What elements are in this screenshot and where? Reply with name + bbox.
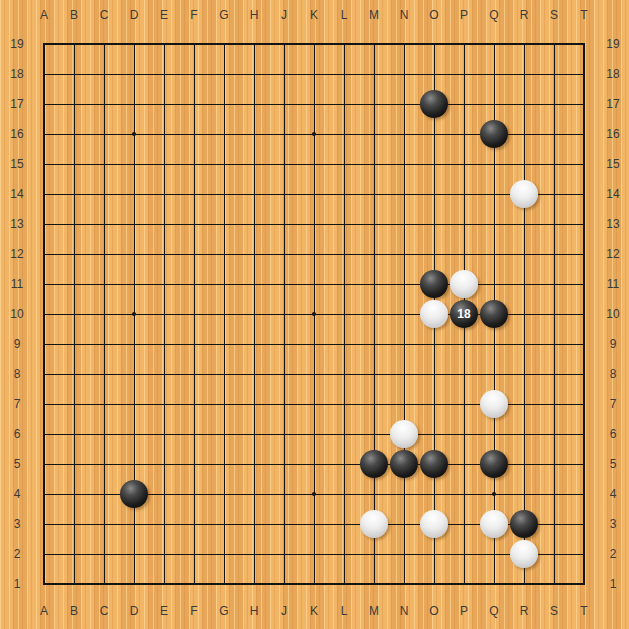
white-stone-O3 bbox=[420, 510, 448, 538]
row-label-left: 9 bbox=[14, 337, 21, 351]
column-label-top: F bbox=[190, 8, 197, 22]
column-label-top: B bbox=[70, 8, 78, 22]
row-label-left: 11 bbox=[11, 277, 23, 291]
column-label-top: J bbox=[281, 8, 287, 22]
row-label-left: 8 bbox=[14, 367, 21, 381]
white-stone-N6 bbox=[390, 420, 418, 448]
column-label-top: S bbox=[550, 8, 558, 22]
row-label-left: 2 bbox=[14, 547, 21, 561]
star-point bbox=[132, 312, 136, 316]
column-label-bottom: C bbox=[100, 604, 109, 618]
row-label-right: 10 bbox=[606, 307, 619, 321]
column-label-top: D bbox=[130, 8, 139, 22]
black-stone-Q16 bbox=[480, 120, 508, 148]
column-label-bottom: A bbox=[40, 604, 48, 618]
row-label-left: 19 bbox=[10, 37, 23, 51]
row-label-right: 6 bbox=[610, 427, 617, 441]
row-label-right: 13 bbox=[606, 217, 619, 231]
column-label-bottom: G bbox=[219, 604, 228, 618]
row-label-right: 11 bbox=[607, 277, 619, 291]
row-label-left: 17 bbox=[10, 97, 23, 111]
row-label-right: 18 bbox=[606, 67, 619, 81]
grid-line-vertical bbox=[344, 43, 345, 585]
column-label-bottom: B bbox=[70, 604, 78, 618]
white-stone-R2 bbox=[510, 540, 538, 568]
star-point bbox=[312, 492, 316, 496]
row-label-right: 5 bbox=[610, 457, 617, 471]
column-label-top: Q bbox=[489, 8, 498, 22]
row-label-right: 7 bbox=[610, 397, 617, 411]
black-stone-P10: 18 bbox=[450, 300, 478, 328]
column-label-bottom: J bbox=[281, 604, 287, 618]
black-stone-O11 bbox=[420, 270, 448, 298]
black-stone-O17 bbox=[420, 90, 448, 118]
column-label-bottom: T bbox=[580, 604, 587, 618]
black-stone-Q5 bbox=[480, 450, 508, 478]
row-label-left: 7 bbox=[14, 397, 21, 411]
column-label-top: L bbox=[341, 8, 348, 22]
row-label-right: 16 bbox=[606, 127, 619, 141]
grid-line-vertical bbox=[374, 43, 375, 585]
white-stone-P11 bbox=[450, 270, 478, 298]
row-label-left: 3 bbox=[14, 517, 21, 531]
column-label-bottom: K bbox=[310, 604, 318, 618]
move-number-label: 18 bbox=[457, 308, 470, 320]
grid-line-horizontal bbox=[43, 374, 585, 375]
column-label-top: A bbox=[40, 8, 48, 22]
column-label-top: P bbox=[460, 8, 468, 22]
column-label-top: E bbox=[160, 8, 168, 22]
column-label-bottom: D bbox=[130, 604, 139, 618]
go-board-screenshot: AABBCCDDEEFFGGHHJJKKLLMMNNOOPPQQRRSSTT19… bbox=[0, 0, 629, 629]
black-stone-R3 bbox=[510, 510, 538, 538]
white-stone-R14 bbox=[510, 180, 538, 208]
row-label-right: 1 bbox=[610, 577, 617, 591]
white-stone-O10 bbox=[420, 300, 448, 328]
row-label-left: 10 bbox=[10, 307, 23, 321]
row-label-left: 12 bbox=[10, 247, 23, 261]
star-point bbox=[492, 492, 496, 496]
column-label-bottom: S bbox=[550, 604, 558, 618]
column-label-top: K bbox=[310, 8, 318, 22]
row-label-left: 16 bbox=[10, 127, 23, 141]
star-point bbox=[312, 312, 316, 316]
column-label-bottom: E bbox=[160, 604, 168, 618]
row-label-left: 1 bbox=[14, 577, 21, 591]
row-label-right: 14 bbox=[606, 187, 619, 201]
column-label-bottom: H bbox=[250, 604, 259, 618]
column-label-bottom: M bbox=[369, 604, 379, 618]
grid-line-horizontal bbox=[43, 434, 585, 435]
row-label-left: 18 bbox=[10, 67, 23, 81]
grid-line-vertical bbox=[524, 43, 525, 585]
grid-line-vertical bbox=[554, 43, 555, 585]
row-label-left: 14 bbox=[10, 187, 23, 201]
black-stone-M5 bbox=[360, 450, 388, 478]
row-label-right: 12 bbox=[606, 247, 619, 261]
row-label-right: 2 bbox=[610, 547, 617, 561]
column-label-bottom: P bbox=[460, 604, 468, 618]
white-stone-M3 bbox=[360, 510, 388, 538]
column-label-top: M bbox=[369, 8, 379, 22]
column-label-top: O bbox=[429, 8, 438, 22]
column-label-bottom: L bbox=[341, 604, 348, 618]
row-label-left: 4 bbox=[14, 487, 21, 501]
column-label-top: G bbox=[219, 8, 228, 22]
grid-line-vertical bbox=[583, 43, 585, 585]
column-label-top: C bbox=[100, 8, 109, 22]
row-label-right: 3 bbox=[610, 517, 617, 531]
grid-line-vertical bbox=[404, 43, 405, 585]
row-label-left: 15 bbox=[10, 157, 23, 171]
column-label-top: N bbox=[400, 8, 409, 22]
row-label-right: 17 bbox=[606, 97, 619, 111]
black-stone-N5 bbox=[390, 450, 418, 478]
black-stone-D4 bbox=[120, 480, 148, 508]
row-label-left: 6 bbox=[14, 427, 21, 441]
grid-line-horizontal bbox=[43, 554, 585, 555]
column-label-bottom: O bbox=[429, 604, 438, 618]
black-stone-Q10 bbox=[480, 300, 508, 328]
star-point bbox=[312, 132, 316, 136]
white-stone-Q7 bbox=[480, 390, 508, 418]
star-point bbox=[132, 132, 136, 136]
column-label-top: H bbox=[250, 8, 259, 22]
row-label-right: 19 bbox=[606, 37, 619, 51]
column-label-top: T bbox=[580, 8, 587, 22]
column-label-bottom: R bbox=[520, 604, 529, 618]
column-label-bottom: N bbox=[400, 604, 409, 618]
row-label-right: 8 bbox=[610, 367, 617, 381]
black-stone-O5 bbox=[420, 450, 448, 478]
row-label-right: 15 bbox=[606, 157, 619, 171]
row-label-right: 4 bbox=[610, 487, 617, 501]
white-stone-Q3 bbox=[480, 510, 508, 538]
column-label-bottom: Q bbox=[489, 604, 498, 618]
grid-line-horizontal bbox=[43, 583, 585, 585]
column-label-top: R bbox=[520, 8, 529, 22]
column-label-bottom: F bbox=[190, 604, 197, 618]
row-label-right: 9 bbox=[610, 337, 617, 351]
grid-line-horizontal bbox=[43, 344, 585, 345]
row-label-left: 13 bbox=[10, 217, 23, 231]
row-label-left: 5 bbox=[14, 457, 21, 471]
